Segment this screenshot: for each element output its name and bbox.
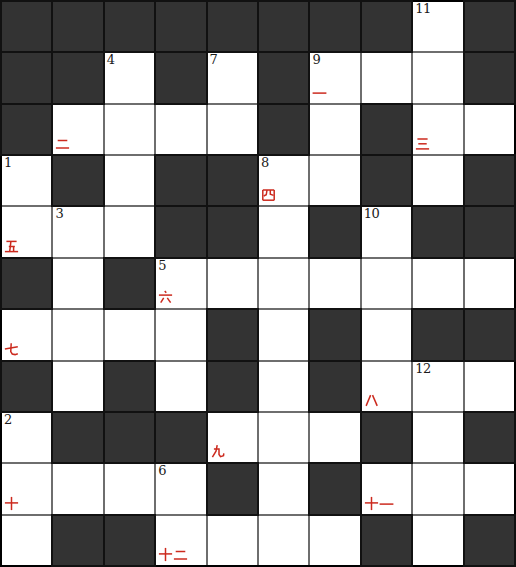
black-cell-r4c3 [156, 207, 205, 256]
black-cell-r3c4 [208, 156, 257, 205]
white-cell-r4c7[interactable]: 10 [362, 207, 411, 256]
clue-number-12: 12 [415, 362, 431, 377]
white-cell-r6c0[interactable] [2, 310, 51, 359]
clue-number-6: 6 [158, 464, 166, 479]
white-cell-r2c4[interactable] [208, 105, 257, 154]
black-cell-r0c2 [105, 2, 154, 51]
black-cell-r3c1 [53, 156, 102, 205]
black-cell-r10c1 [53, 516, 102, 565]
white-cell-r1c2[interactable]: 4 [105, 53, 154, 102]
black-cell-r6c8 [413, 310, 462, 359]
white-cell-r5c5[interactable] [259, 259, 308, 308]
white-cell-r6c5[interactable] [259, 310, 308, 359]
black-cell-r0c1 [53, 2, 102, 51]
white-cell-r10c6[interactable] [310, 516, 359, 565]
red-clue-marker-八 [364, 393, 379, 408]
white-cell-r5c3[interactable]: 5 [156, 259, 205, 308]
black-cell-r8c1 [53, 413, 102, 462]
red-numeral-glyph [4, 239, 19, 254]
white-cell-r5c6[interactable] [310, 259, 359, 308]
white-cell-r8c8[interactable] [413, 413, 462, 462]
black-cell-r7c4 [208, 362, 257, 411]
clue-number-9: 9 [312, 53, 320, 68]
white-cell-r8c4[interactable] [208, 413, 257, 462]
black-cell-r3c7 [362, 156, 411, 205]
white-cell-r8c0[interactable]: 2 [2, 413, 51, 462]
white-cell-r3c6[interactable] [310, 156, 359, 205]
white-cell-r9c8[interactable] [413, 464, 462, 513]
red-clue-marker-四 [261, 187, 276, 202]
white-cell-r7c9[interactable] [465, 362, 514, 411]
white-cell-r9c0[interactable] [2, 464, 51, 513]
red-numeral-glyph [312, 85, 327, 100]
black-cell-r5c0 [2, 259, 51, 308]
clue-number-10: 10 [364, 207, 380, 222]
white-cell-r10c5[interactable] [259, 516, 308, 565]
black-cell-r2c0 [2, 105, 51, 154]
red-numeral-glyph [4, 342, 19, 357]
white-cell-r9c2[interactable] [105, 464, 154, 513]
red-clue-marker-六 [158, 290, 173, 305]
white-cell-r9c1[interactable] [53, 464, 102, 513]
black-cell-r8c9 [465, 413, 514, 462]
red-numeral-glyph [158, 290, 173, 305]
white-cell-r7c3[interactable] [156, 362, 205, 411]
white-cell-r9c7[interactable] [362, 464, 411, 513]
red-clue-marker-十一 [364, 496, 394, 511]
red-numeral-glyph [364, 496, 379, 511]
white-cell-r6c2[interactable] [105, 310, 154, 359]
clue-number-4: 4 [107, 53, 115, 68]
white-cell-r3c5[interactable]: 8 [259, 156, 308, 205]
red-numeral-glyph [364, 393, 379, 408]
white-cell-r2c8[interactable] [413, 105, 462, 154]
white-cell-r1c4[interactable]: 7 [208, 53, 257, 102]
red-clue-marker-七 [4, 342, 19, 357]
black-cell-r6c4 [208, 310, 257, 359]
red-numeral-glyph [55, 136, 70, 151]
white-cell-r4c5[interactable] [259, 207, 308, 256]
white-cell-r9c3[interactable]: 6 [156, 464, 205, 513]
black-cell-r0c5 [259, 2, 308, 51]
white-cell-r5c7[interactable] [362, 259, 411, 308]
black-cell-r5c2 [105, 259, 154, 308]
white-cell-r10c4[interactable] [208, 516, 257, 565]
crossword-board: 114791831051226 [0, 0, 516, 567]
black-cell-r7c6 [310, 362, 359, 411]
white-cell-r4c0[interactable] [2, 207, 51, 256]
black-cell-r3c9 [465, 156, 514, 205]
white-cell-r3c8[interactable] [413, 156, 462, 205]
white-cell-r9c9[interactable] [465, 464, 514, 513]
black-cell-r9c4 [208, 464, 257, 513]
black-cell-r1c1 [53, 53, 102, 102]
black-cell-r1c9 [465, 53, 514, 102]
black-cell-r4c8 [413, 207, 462, 256]
black-cell-r6c6 [310, 310, 359, 359]
clue-number-1: 1 [4, 156, 12, 171]
black-cell-r10c2 [105, 516, 154, 565]
black-cell-r0c0 [2, 2, 51, 51]
red-clue-marker-一 [312, 85, 327, 100]
white-cell-r4c2[interactable] [105, 207, 154, 256]
clue-number-8: 8 [261, 156, 269, 171]
white-cell-r5c1[interactable] [53, 259, 102, 308]
white-cell-r1c6[interactable]: 9 [310, 53, 359, 102]
white-cell-r2c2[interactable] [105, 105, 154, 154]
black-cell-r4c9 [465, 207, 514, 256]
red-numeral-glyph [261, 187, 276, 202]
red-numeral-glyph [415, 136, 430, 151]
white-cell-r2c1[interactable] [53, 105, 102, 154]
white-cell-r9c5[interactable] [259, 464, 308, 513]
white-cell-r3c0[interactable]: 1 [2, 156, 51, 205]
black-cell-r3c3 [156, 156, 205, 205]
white-cell-r5c4[interactable] [208, 259, 257, 308]
black-cell-r0c3 [156, 2, 205, 51]
white-cell-r0c8[interactable]: 11 [413, 2, 462, 51]
black-cell-r8c3 [156, 413, 205, 462]
clue-number-7: 7 [210, 53, 218, 68]
white-cell-r1c7[interactable] [362, 53, 411, 102]
black-cell-r6c9 [465, 310, 514, 359]
white-cell-r2c6[interactable] [310, 105, 359, 154]
red-numeral-glyph [210, 444, 225, 459]
black-cell-r8c7 [362, 413, 411, 462]
black-cell-r4c6 [310, 207, 359, 256]
red-clue-marker-十 [4, 496, 19, 511]
white-cell-r3c2[interactable] [105, 156, 154, 205]
clue-number-3: 3 [55, 207, 63, 222]
white-cell-r7c1[interactable] [53, 362, 102, 411]
black-cell-r9c6 [310, 464, 359, 513]
red-numeral-glyph [379, 496, 394, 511]
white-cell-r7c5[interactable] [259, 362, 308, 411]
black-cell-r10c9 [465, 516, 514, 565]
clue-number-11: 11 [415, 2, 431, 17]
red-numeral-glyph [158, 547, 173, 562]
white-cell-r10c8[interactable] [413, 516, 462, 565]
black-cell-r2c7 [362, 105, 411, 154]
black-cell-r0c4 [208, 2, 257, 51]
white-cell-r5c9[interactable] [465, 259, 514, 308]
red-clue-marker-二 [55, 136, 70, 151]
red-clue-marker-九 [210, 444, 225, 459]
black-cell-r1c0 [2, 53, 51, 102]
red-numeral-glyph [4, 496, 19, 511]
white-cell-r6c3[interactable] [156, 310, 205, 359]
white-cell-r10c0[interactable] [2, 516, 51, 565]
white-cell-r10c3[interactable] [156, 516, 205, 565]
black-cell-r4c4 [208, 207, 257, 256]
black-cell-r0c9 [465, 2, 514, 51]
red-clue-marker-十二 [158, 547, 188, 562]
white-cell-r2c3[interactable] [156, 105, 205, 154]
red-clue-marker-五 [4, 239, 19, 254]
black-cell-r8c2 [105, 413, 154, 462]
black-cell-r7c0 [2, 362, 51, 411]
white-cell-r8c5[interactable] [259, 413, 308, 462]
white-cell-r4c1[interactable]: 3 [53, 207, 102, 256]
white-cell-r7c7[interactable] [362, 362, 411, 411]
white-cell-r2c9[interactable] [465, 105, 514, 154]
clue-number-2: 2 [4, 413, 12, 428]
white-cell-r6c1[interactable] [53, 310, 102, 359]
black-cell-r10c7 [362, 516, 411, 565]
black-cell-r7c2 [105, 362, 154, 411]
black-cell-r1c5 [259, 53, 308, 102]
white-cell-r1c8[interactable] [413, 53, 462, 102]
black-cell-r0c7 [362, 2, 411, 51]
red-clue-marker-三 [415, 136, 430, 151]
white-cell-r8c6[interactable] [310, 413, 359, 462]
black-cell-r1c3 [156, 53, 205, 102]
white-cell-r7c8[interactable]: 12 [413, 362, 462, 411]
red-numeral-glyph [173, 547, 188, 562]
black-cell-r0c6 [310, 2, 359, 51]
white-cell-r6c7[interactable] [362, 310, 411, 359]
black-cell-r2c5 [259, 105, 308, 154]
clue-number-5: 5 [158, 259, 166, 274]
white-cell-r5c8[interactable] [413, 259, 462, 308]
